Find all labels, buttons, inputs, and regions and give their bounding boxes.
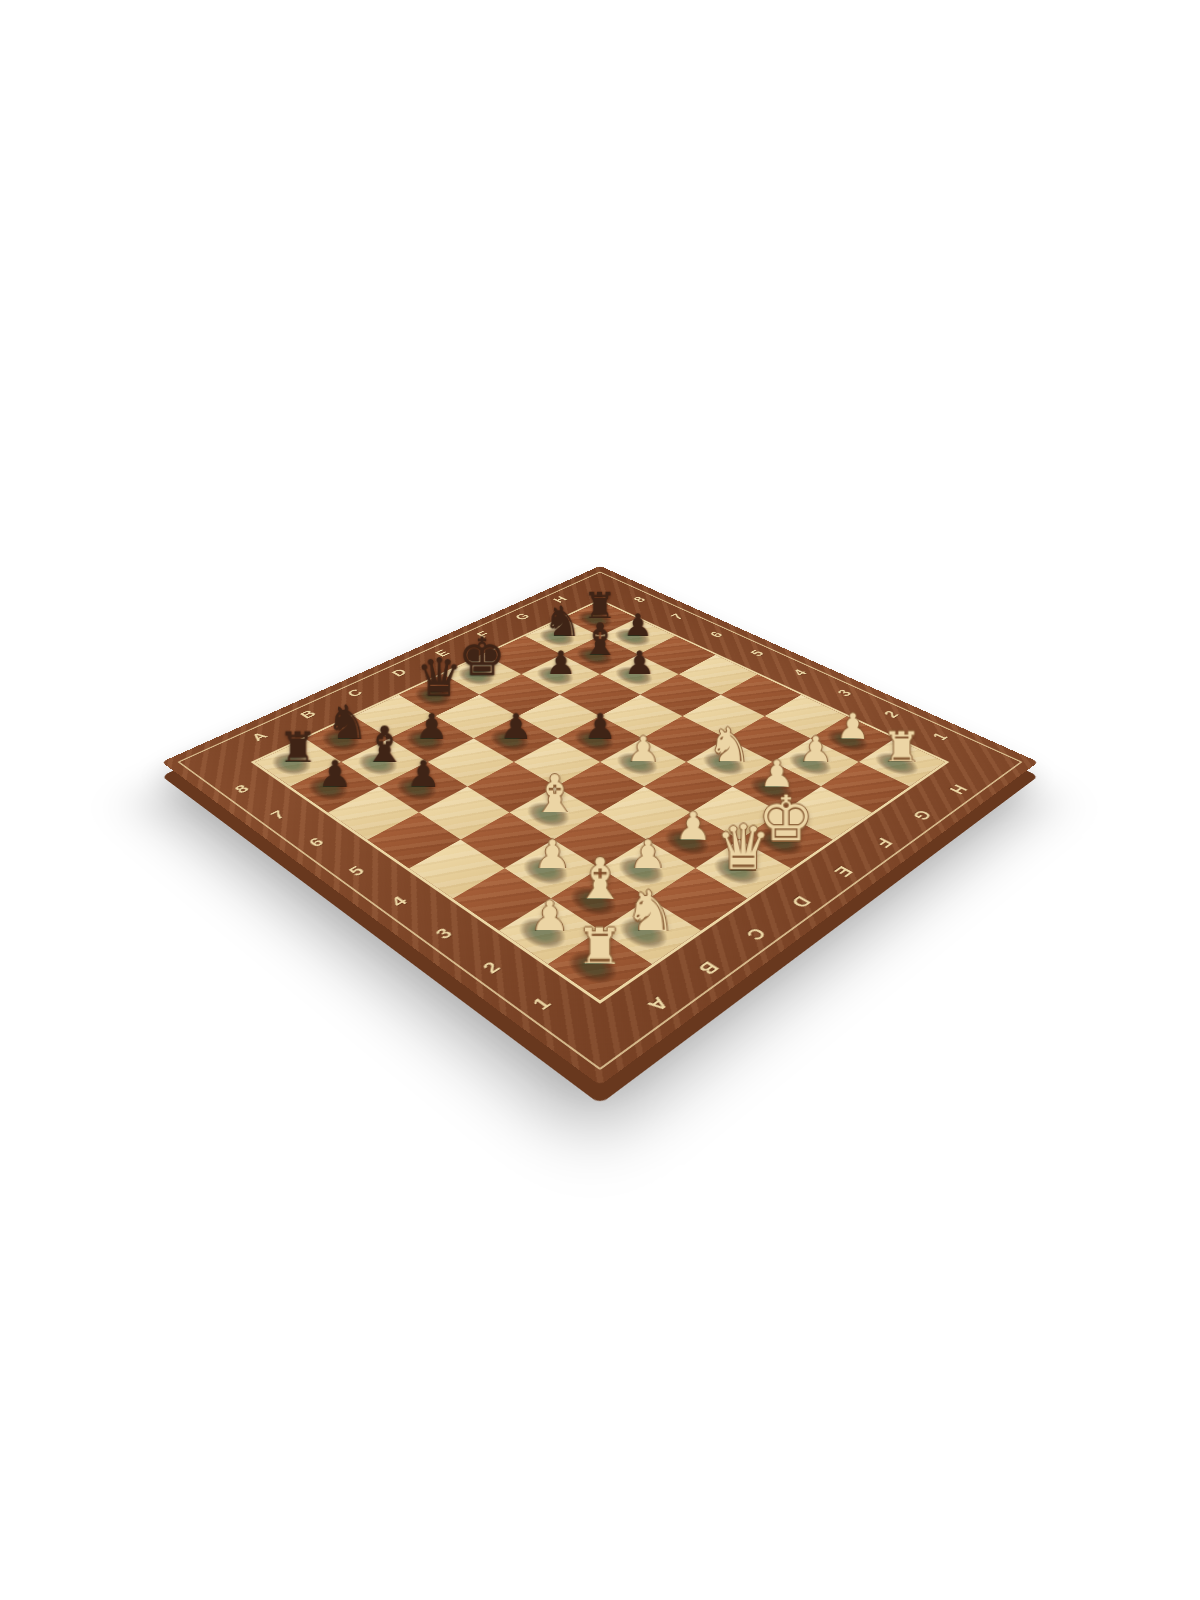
piece-black-pawn-a7[interactable]: ♟: [304, 743, 367, 806]
right-edge-label-B: B: [688, 954, 729, 982]
piece-white-queen-d1[interactable]: ♛: [709, 814, 777, 882]
top-edge-label-7: 7: [662, 610, 691, 624]
right-edge-label-F: F: [866, 831, 903, 853]
top-edge-label-4: 4: [784, 665, 815, 681]
bottom-edge-label-3: 3: [424, 921, 464, 947]
piece-white-rook-h1[interactable]: ♜: [871, 718, 932, 779]
bottom-edge-label-1: 1: [520, 989, 562, 1018]
bottom-edge-label-4: 4: [380, 889, 419, 914]
piece-black-pawn-f7[interactable]: ♟: [533, 636, 589, 692]
square-g6[interactable]: ♟: [600, 655, 679, 695]
square-f7[interactable]: ♟: [521, 655, 600, 695]
top-edge-label-5: 5: [742, 646, 772, 661]
bottom-edge-label-8: 8: [224, 779, 259, 799]
bottom-edge-label-6: 6: [298, 831, 335, 853]
piece-white-bishop-c4[interactable]: ♝: [523, 763, 587, 827]
piece-white-pawn-e4[interactable]: ♟: [613, 720, 674, 781]
bottom-edge-label-5: 5: [338, 859, 376, 882]
product-photo-scene: ♜♟♟♜♞♝♟♟♟♞♟♚♟♟♚♛♟♟♛♟♝♟♞♝♟♟♝♞♜♟♟♜ HGFEDCB…: [0, 0, 1200, 1600]
right-edge-label-D: D: [782, 889, 821, 914]
chess-board: ♜♟♟♜♞♝♟♟♟♞♟♚♟♟♚♛♟♟♛♟♝♟♞♝♟♟♝♞♜♟♟♜ HGFEDCB…: [162, 566, 1039, 1086]
piece-white-rook-a1[interactable]: ♜: [563, 911, 636, 984]
piece-black-pawn-b6[interactable]: ♟: [392, 743, 455, 806]
piece-black-pawn-g6[interactable]: ♟: [612, 636, 668, 692]
right-edge-label-E: E: [825, 859, 863, 882]
right-edge-label-C: C: [736, 921, 776, 947]
playing-area: ♜♟♟♜♞♝♟♟♟♞♟♚♟♟♚♛♟♟♛♟♝♟♞♝♟♟♝♞♜♟♟♜: [251, 599, 950, 1004]
bottom-edge-label-2: 2: [471, 954, 512, 982]
square-a1[interactable]: ♜: [548, 931, 652, 1001]
right-edge-label-H: H: [941, 779, 976, 799]
left-edge-label-G: G: [509, 610, 538, 624]
right-edge-label-G: G: [904, 804, 940, 825]
square-h1[interactable]: ♜: [859, 739, 945, 787]
right-edge-label-A: A: [637, 989, 679, 1018]
bottom-edge-label-7: 7: [260, 804, 296, 825]
square-a6[interactable]: [328, 787, 419, 840]
top-edge-label-6: 6: [701, 627, 731, 641]
piece-black-pawn-d6[interactable]: ♟: [486, 697, 546, 757]
